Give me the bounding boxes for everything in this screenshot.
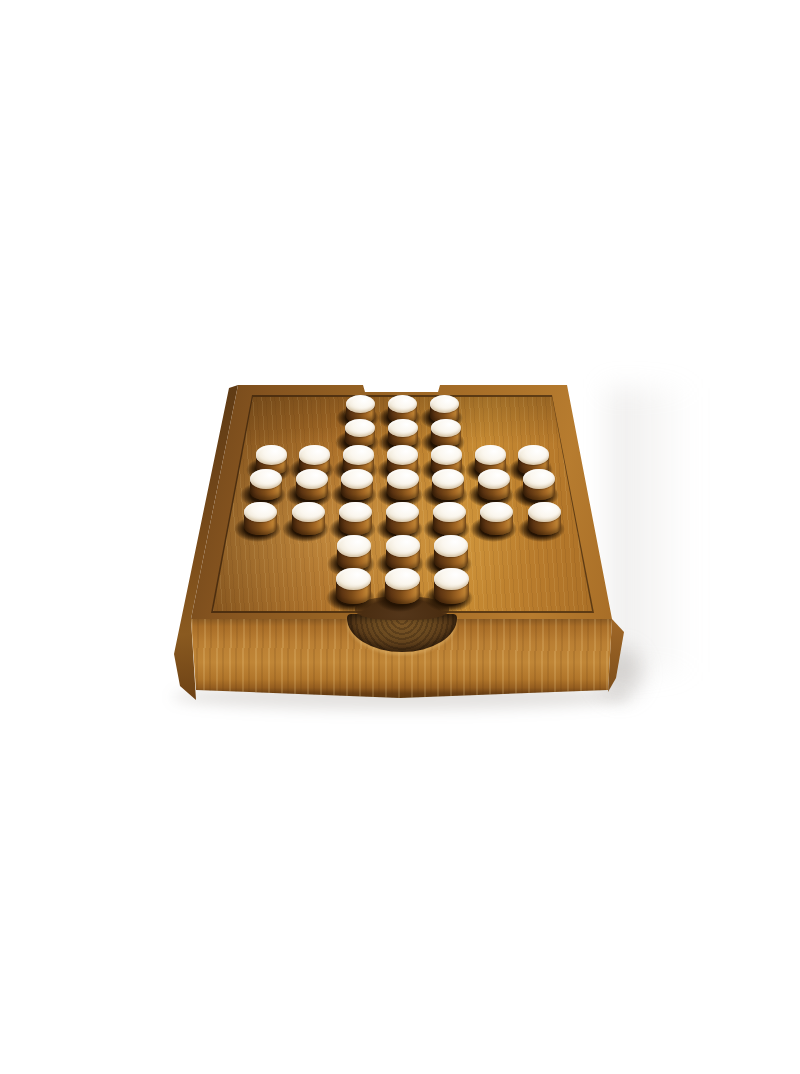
peg-top: [337, 535, 371, 556]
peg-top: [341, 469, 373, 489]
peg-top: [346, 395, 375, 413]
peg-top: [386, 502, 419, 523]
peg-top: [385, 568, 421, 590]
peg-top: [250, 469, 282, 489]
peg-top: [475, 445, 506, 464]
peg-top: [345, 419, 375, 438]
peg-top: [299, 445, 330, 464]
peg-top: [388, 419, 418, 438]
peg-top: [431, 445, 462, 464]
product-photo-scene: [0, 0, 800, 1074]
peg-top: [387, 445, 418, 464]
peg-top: [336, 568, 372, 590]
peg-top: [528, 502, 561, 523]
peg-top: [387, 469, 419, 489]
peg-top: [339, 502, 372, 523]
peg-top: [434, 535, 468, 556]
peg-top: [523, 469, 555, 489]
pegs-layer: [0, 0, 800, 1074]
peg-top: [256, 445, 287, 464]
peg-top: [431, 419, 461, 438]
peg-top: [386, 535, 420, 556]
peg-top: [432, 469, 464, 489]
peg-top: [292, 502, 325, 523]
peg-top: [343, 445, 374, 464]
peg-top: [296, 469, 328, 489]
peg-top: [518, 445, 549, 464]
peg-top: [388, 395, 417, 413]
peg-top: [478, 469, 510, 489]
